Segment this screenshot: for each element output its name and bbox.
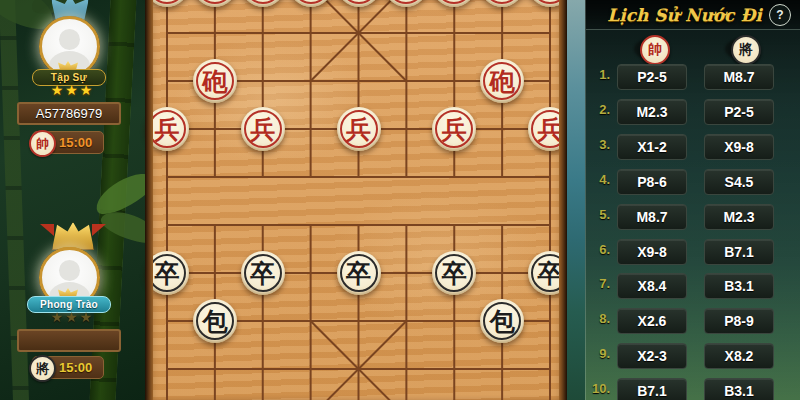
top-player-timer: 帥 15:00 [32,131,104,154]
move-history-title: Lịch Sử Nước Đi [586,5,769,25]
move-number: 1. [586,67,610,82]
xiangqi-piece-red[interactable]: 兵 [337,107,381,151]
avatar-silhouette [59,260,80,281]
player-name-text: A57786979 [36,106,103,121]
piece-glyph: 砲 [202,69,227,94]
red-general-icon: 帥 [29,130,56,157]
red-move-cell[interactable]: B7.1 [617,378,687,400]
xiangqi-piece-black[interactable]: 包 [193,299,237,343]
help-button[interactable]: ? [769,4,791,26]
history-row: 1.P2-5M8.7 [586,64,800,88]
game-screen: Tập Sự ★★★ A57786979 帥 15:00 Phong Trào … [0,0,800,400]
history-row: 8.X2.6P8-9 [586,308,800,332]
piece-glyph: 卒 [155,261,180,286]
red-move-cell[interactable]: X8.4 [617,273,687,299]
piece-glyph: 包 [490,309,515,334]
crown-flag-icon [92,224,106,236]
black-move-cell[interactable]: X8.2 [704,343,774,369]
piece-glyph: 卒 [250,261,275,286]
black-move-cell[interactable]: M8.7 [704,64,774,90]
move-number: 9. [586,346,610,361]
black-move-cell[interactable]: B7.1 [704,239,774,265]
history-row: 9.X2-3X8.2 [586,343,800,367]
history-row: 6.X9-8B7.1 [586,239,800,263]
bottom-player-time: 15:00 [59,360,92,375]
red-move-cell[interactable]: M8.7 [617,204,687,230]
xiangqi-piece-red[interactable]: 兵 [241,107,285,151]
move-number: 4. [586,172,610,187]
xiangqi-piece-black[interactable]: 包 [480,299,524,343]
history-row: 4.P8-6S4.5 [586,169,800,193]
piece-glyph: 砲 [490,69,515,94]
red-move-cell[interactable]: X2-3 [617,343,687,369]
black-move-cell[interactable]: S4.5 [704,169,774,195]
top-player-stars: ★★★ [0,82,145,98]
red-move-cell[interactable]: P8-6 [617,169,687,195]
xiangqi-board[interactable]: 車馬相仕帥仕相馬車砲砲兵兵兵兵兵卒卒卒卒卒包包 [145,0,567,400]
red-move-cell[interactable]: X9-8 [617,239,687,265]
xiangqi-piece-red[interactable]: 砲 [193,59,237,103]
bottom-player-stars: ★★★ [0,309,145,325]
piece-glyph: 兵 [346,117,371,142]
black-general-icon: 將 [29,355,56,382]
top-player-time: 15:00 [59,135,92,150]
xiangqi-piece-red[interactable]: 砲 [480,59,524,103]
move-number: 8. [586,311,610,326]
red-move-cell[interactable]: P2-5 [617,64,687,90]
piece-glyph: 包 [202,309,227,334]
red-move-cell[interactable]: X1-2 [617,134,687,160]
red-column-icon: 帥 [640,35,670,65]
move-number: 3. [586,137,610,152]
black-move-cell[interactable]: B3.1 [704,273,774,299]
scenery-background [567,0,585,400]
xiangqi-piece-black[interactable]: 卒 [337,251,381,295]
move-history-panel: Lịch Sử Nước Đi ? 帥 將 1.P2-5M8.72.M2.3P2… [585,0,800,400]
bamboo-background: Tập Sự ★★★ A57786979 帥 15:00 Phong Trào … [0,0,145,400]
move-number: 7. [586,276,610,291]
avatar-silhouette [59,29,80,50]
red-move-cell[interactable]: X2.6 [617,308,687,334]
bottom-player-timer: 將 15:00 [32,356,104,379]
black-move-cell[interactable]: P2-5 [704,99,774,125]
history-row: 7.X8.4B3.1 [586,273,800,297]
black-move-cell[interactable]: B3.1 [704,378,774,400]
crown-flag-icon [40,224,54,236]
black-move-cell[interactable]: X9-8 [704,134,774,160]
history-row: 10.B7.1B3.1 [586,378,800,400]
move-number: 2. [586,102,610,117]
move-number: 10. [586,381,610,396]
bottom-player-name [17,329,121,352]
black-move-cell[interactable]: M2.3 [704,204,774,230]
history-column-headers: 帥 將 [586,33,800,63]
xiangqi-piece-red[interactable]: 兵 [432,107,476,151]
xiangqi-piece-black[interactable]: 卒 [432,251,476,295]
history-row: 3.X1-2X9-8 [586,134,800,158]
black-column-icon: 將 [731,35,761,65]
piece-glyph: 兵 [155,117,180,142]
history-row: 5.M8.7M2.3 [586,204,800,228]
piece-glyph: 卒 [346,261,371,286]
piece-glyph: 兵 [442,117,467,142]
move-number: 5. [586,207,610,222]
piece-glyph: 卒 [442,261,467,286]
move-number: 6. [586,242,610,257]
board-frame [559,0,567,400]
history-row: 2.M2.3P2-5 [586,99,800,123]
xiangqi-piece-black[interactable]: 卒 [241,251,285,295]
avatar-crown-icon [52,222,94,250]
red-move-cell[interactable]: M2.3 [617,99,687,125]
black-move-cell[interactable]: P8-9 [704,308,774,334]
move-history-header: Lịch Sử Nước Đi ? [586,0,800,30]
board-frame [145,0,153,400]
top-player-name: A57786979 [17,102,121,125]
piece-glyph: 兵 [250,117,275,142]
